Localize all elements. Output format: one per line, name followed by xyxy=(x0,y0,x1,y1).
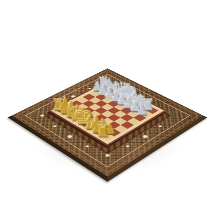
board-grid: ♜♞♝♛♚♝♞♜♟♟♟♟♟♟♟♟♟♟♟♟♟♟♟♟♜♞♝♛♚♝♞♜ xyxy=(57,84,159,140)
chess-set-product-photo: ♜♞♝♛♚♝♞♜♟♟♟♟♟♟♟♟♟♟♟♟♟♟♟♟♜♞♝♛♚♝♞♜ xyxy=(0,0,216,216)
mosaic-apron: ♜♞♝♛♚♝♞♜♟♟♟♟♟♟♟♟♟♟♟♟♟♟♟♟♜♞♝♛♚♝♞♜ xyxy=(44,83,171,154)
silver-pawn: ♟ xyxy=(135,102,148,116)
gold-rook: ♜ xyxy=(95,123,109,139)
chess-board: ♜♞♝♛♚♝♞♜♟♟♟♟♟♟♟♟♟♟♟♟♟♟♟♟♜♞♝♛♚♝♞♜ xyxy=(51,82,164,145)
